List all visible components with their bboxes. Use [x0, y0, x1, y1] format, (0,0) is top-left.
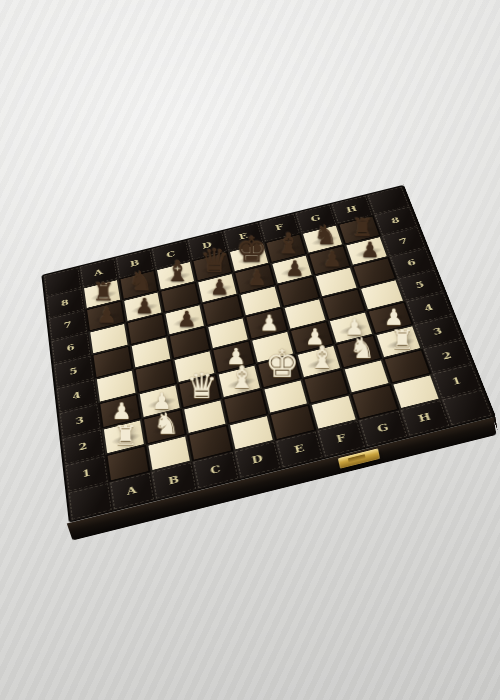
piece-shadow-a2	[110, 431, 142, 447]
rank-label-right-2-text: 2	[441, 351, 453, 362]
rank-label-right-4: 4	[405, 292, 453, 325]
file-label-top-b-text: B	[129, 259, 140, 269]
piece-black-pawn-b7: ♟	[135, 296, 154, 317]
piece-black-pawn-c6: ♟	[177, 309, 196, 331]
piece-black-rook-a8: ♜	[92, 280, 114, 305]
piece-shadow-a3	[106, 405, 137, 421]
rank-label-right-5-text: 5	[415, 280, 427, 290]
file-label-bottom-h-text: H	[417, 412, 433, 424]
rank-label-right-8-text: 8	[390, 216, 401, 225]
file-label-top-c-text: C	[166, 250, 177, 260]
file-label-top-d-text: D	[201, 241, 213, 251]
piece-shadow-g7	[316, 255, 346, 269]
piece-shadow-h4	[376, 312, 408, 327]
piece-shadow-d3	[226, 375, 258, 391]
piece-shadow-h7	[354, 245, 384, 259]
rank-label-right-3-text: 3	[432, 326, 444, 337]
piece-shadow-h8	[346, 225, 376, 239]
piece-shadow-f7	[279, 264, 309, 278]
piece-white-pawn-a3: ♟	[111, 400, 131, 423]
piece-shadow-a7	[93, 310, 122, 324]
file-label-top-h-text: H	[345, 205, 358, 215]
piece-shadow-g4	[337, 322, 369, 337]
piece-white-queen-c3: ♛	[186, 368, 217, 403]
file-label-bottom-c-text: C	[209, 464, 222, 476]
file-label-top-g-text: G	[310, 214, 322, 223]
piece-shadow-g3	[345, 346, 377, 361]
file-label-top-a-text: A	[94, 268, 104, 278]
rank-label-left-1-text: 1	[82, 468, 92, 480]
piece-black-pawn-d7: ♟	[210, 277, 229, 298]
piece-shadow-f4	[298, 331, 330, 346]
rank-label-left-4-text: 4	[72, 390, 82, 401]
piece-shadow-d7	[205, 283, 235, 297]
piece-shadow-d4	[220, 351, 251, 366]
piece-shadow-e7	[242, 273, 272, 287]
file-label-bottom-f-text: F	[335, 433, 347, 445]
piece-white-pawn-h4: ♟	[384, 307, 404, 329]
rank-label-right-1-text: 1	[451, 376, 464, 387]
piece-shadow-a8	[90, 289, 119, 303]
square-e6	[239, 285, 283, 317]
piece-white-pawn-f4: ♟	[305, 326, 325, 348]
rank-label-left-8-text: 8	[61, 298, 70, 308]
piece-shadow-e5	[253, 318, 284, 333]
piece-shadow-b2	[151, 421, 183, 437]
rank-label-right-7-text: 7	[398, 237, 409, 246]
square-g4: ♟	[328, 311, 375, 344]
rank-label-left-3-text: 3	[75, 415, 85, 426]
piece-shadow-d8	[200, 261, 229, 275]
piece-shadow-g8	[310, 234, 340, 248]
file-label-bottom-b-text: B	[167, 474, 180, 487]
rank-label-right-6-text: 6	[406, 258, 417, 268]
piece-white-knight-b2: ♞	[153, 410, 179, 439]
piece-white-pawn-d4: ♟	[226, 346, 246, 368]
piece-black-pawn-f7: ♟	[285, 258, 304, 279]
rank-label-left-6-text: 6	[66, 343, 75, 353]
piece-shadow-b8	[126, 279, 155, 293]
piece-white-knight-g3: ♞	[349, 334, 375, 363]
piece-shadow-b7	[130, 301, 159, 315]
file-label-bottom-d-text: D	[251, 453, 265, 465]
piece-white-rook-a2: ♜	[113, 422, 137, 449]
rank-label-left-2-text: 2	[78, 441, 88, 452]
file-label-bottom-g-text: G	[376, 422, 390, 434]
chess-board: ABCDEFGH8♜♞♝♛♚♝♞♜87♟♟♟♟♟♟♟76♟65♟54♟♟♟♟43…	[41, 185, 495, 523]
piece-shadow-c3	[186, 385, 218, 401]
square-c5	[168, 326, 211, 359]
piece-shadow-f3	[305, 355, 337, 370]
piece-black-pawn-a7: ♟	[97, 305, 116, 326]
piece-shadow-c6	[172, 314, 202, 328]
file-label-top-f-text: F	[275, 223, 285, 232]
piece-shadow-f8	[273, 243, 303, 257]
product-photo-scene: ABCDEFGH8♜♞♝♛♚♝♞♜87♟♟♟♟♟♟♟76♟65♟54♟♟♟♟43…	[0, 0, 500, 700]
piece-shadow-b3	[146, 395, 177, 411]
piece-shadow-e8	[236, 252, 265, 266]
piece-shadow-e3	[265, 365, 297, 380]
piece-white-pawn-e5: ♟	[259, 313, 279, 335]
rank-label-right-4-text: 4	[423, 303, 435, 313]
piece-white-pawn-b3: ♟	[152, 390, 172, 413]
rank-label-left-7-text: 7	[63, 320, 72, 330]
piece-shadow-h3	[385, 336, 418, 351]
piece-black-pawn-e7: ♟	[248, 268, 267, 289]
piece-black-pawn-h7: ♟	[360, 240, 379, 261]
file-label-bottom-a-text: A	[126, 485, 138, 497]
board-tilt: ABCDEFGH8♜♞♝♛♚♝♞♜87♟♟♟♟♟♟♟76♟65♟54♟♟♟♟43…	[5, 95, 495, 585]
file-label-bottom-e-text: E	[293, 443, 306, 455]
piece-black-pawn-g7: ♟	[323, 249, 342, 270]
piece-shadow-c8	[163, 270, 192, 284]
board-position-wrapper: ABCDEFGH8♜♞♝♛♚♝♞♜87♟♟♟♟♟♟♟76♟65♟54♟♟♟♟43…	[48, 138, 452, 542]
piece-white-rook-h3: ♜	[390, 326, 414, 353]
piece-white-pawn-g4: ♟	[344, 316, 364, 338]
piece-black-rook-h8: ♜	[351, 215, 373, 240]
rank-label-left-5-text: 5	[69, 366, 79, 376]
file-label-top-e-text: E	[238, 232, 249, 241]
